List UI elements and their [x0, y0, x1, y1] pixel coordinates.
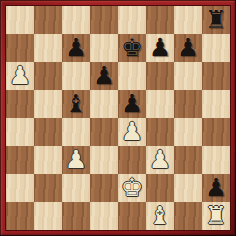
square-a3[interactable]: [6, 146, 34, 174]
white-pawn[interactable]: ♟: [118, 118, 146, 146]
square-h8[interactable]: ♜: [202, 6, 230, 34]
board-frame: ♜♟♚♟♟♟♟♝♟♟♟♟♚♟♝♜: [0, 0, 236, 236]
square-c5[interactable]: ♝: [62, 90, 90, 118]
square-d3[interactable]: [90, 146, 118, 174]
square-a5[interactable]: [6, 90, 34, 118]
square-g7[interactable]: ♟: [174, 34, 202, 62]
square-g5[interactable]: [174, 90, 202, 118]
black-pawn[interactable]: ♟: [146, 34, 174, 62]
square-g3[interactable]: [174, 146, 202, 174]
white-rook[interactable]: ♜: [202, 202, 230, 230]
square-h7[interactable]: [202, 34, 230, 62]
square-e1[interactable]: [118, 202, 146, 230]
white-king[interactable]: ♚: [118, 174, 146, 202]
square-h4[interactable]: [202, 118, 230, 146]
square-f3[interactable]: ♟: [146, 146, 174, 174]
square-a6[interactable]: ♟: [6, 62, 34, 90]
square-a4[interactable]: [6, 118, 34, 146]
square-b3[interactable]: [34, 146, 62, 174]
square-d1[interactable]: [90, 202, 118, 230]
square-c4[interactable]: [62, 118, 90, 146]
black-pawn[interactable]: ♟: [118, 90, 146, 118]
square-f1[interactable]: ♝: [146, 202, 174, 230]
square-f6[interactable]: [146, 62, 174, 90]
square-g1[interactable]: [174, 202, 202, 230]
square-f7[interactable]: ♟: [146, 34, 174, 62]
black-pawn[interactable]: ♟: [202, 174, 230, 202]
square-b8[interactable]: [34, 6, 62, 34]
square-c6[interactable]: [62, 62, 90, 90]
square-c8[interactable]: [62, 6, 90, 34]
square-e6[interactable]: [118, 62, 146, 90]
square-h1[interactable]: ♜: [202, 202, 230, 230]
square-h2[interactable]: ♟: [202, 174, 230, 202]
square-b7[interactable]: [34, 34, 62, 62]
square-h5[interactable]: [202, 90, 230, 118]
white-pawn[interactable]: ♟: [146, 146, 174, 174]
square-a8[interactable]: [6, 6, 34, 34]
square-e4[interactable]: ♟: [118, 118, 146, 146]
square-f4[interactable]: [146, 118, 174, 146]
square-b5[interactable]: [34, 90, 62, 118]
square-d6[interactable]: ♟: [90, 62, 118, 90]
chess-board[interactable]: ♜♟♚♟♟♟♟♝♟♟♟♟♚♟♝♜: [6, 6, 230, 230]
square-f5[interactable]: [146, 90, 174, 118]
square-a2[interactable]: [6, 174, 34, 202]
black-bishop[interactable]: ♝: [62, 90, 90, 118]
square-g8[interactable]: [174, 6, 202, 34]
square-h6[interactable]: [202, 62, 230, 90]
square-d7[interactable]: [90, 34, 118, 62]
white-pawn[interactable]: ♟: [6, 62, 34, 90]
square-h3[interactable]: [202, 146, 230, 174]
square-a7[interactable]: [6, 34, 34, 62]
square-g2[interactable]: [174, 174, 202, 202]
square-d5[interactable]: [90, 90, 118, 118]
square-b2[interactable]: [34, 174, 62, 202]
square-f2[interactable]: [146, 174, 174, 202]
black-pawn[interactable]: ♟: [62, 34, 90, 62]
square-e8[interactable]: [118, 6, 146, 34]
white-pawn[interactable]: ♟: [62, 146, 90, 174]
black-pawn[interactable]: ♟: [90, 62, 118, 90]
square-c3[interactable]: ♟: [62, 146, 90, 174]
square-e7[interactable]: ♚: [118, 34, 146, 62]
black-rook[interactable]: ♜: [202, 6, 230, 34]
square-d2[interactable]: [90, 174, 118, 202]
square-g6[interactable]: [174, 62, 202, 90]
black-pawn[interactable]: ♟: [174, 34, 202, 62]
square-f8[interactable]: [146, 6, 174, 34]
square-b1[interactable]: [34, 202, 62, 230]
square-g4[interactable]: [174, 118, 202, 146]
chess-app-window: ♜♟♚♟♟♟♟♝♟♟♟♟♚♟♝♜: [0, 0, 236, 236]
square-d8[interactable]: [90, 6, 118, 34]
square-c1[interactable]: [62, 202, 90, 230]
white-bishop[interactable]: ♝: [146, 202, 174, 230]
square-c7[interactable]: ♟: [62, 34, 90, 62]
square-e5[interactable]: ♟: [118, 90, 146, 118]
square-b4[interactable]: [34, 118, 62, 146]
black-king[interactable]: ♚: [118, 34, 146, 62]
square-a1[interactable]: [6, 202, 34, 230]
square-d4[interactable]: [90, 118, 118, 146]
square-c2[interactable]: [62, 174, 90, 202]
square-e2[interactable]: ♚: [118, 174, 146, 202]
square-e3[interactable]: [118, 146, 146, 174]
square-b6[interactable]: [34, 62, 62, 90]
